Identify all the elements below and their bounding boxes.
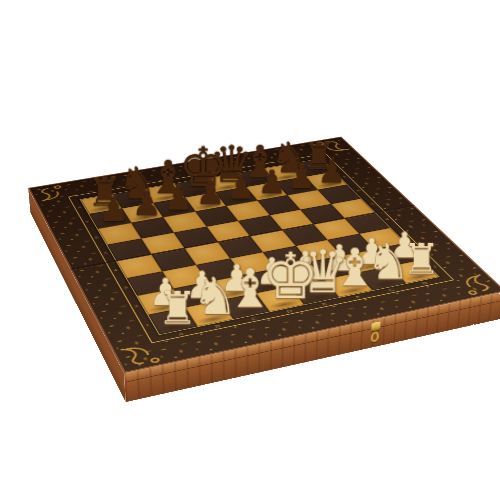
rank-label: 4 <box>384 217 390 221</box>
piece-shadow <box>386 254 419 265</box>
rank-label: 3 <box>399 233 405 237</box>
rank-label: 2 <box>415 248 422 252</box>
piece-shadow <box>231 305 267 318</box>
rank-label: 8 <box>77 206 82 209</box>
clasp-plate <box>371 321 381 331</box>
rank-label: 3 <box>123 286 129 290</box>
file-label: A <box>177 331 185 336</box>
rank-label: 1 <box>432 265 439 269</box>
chess-board-3d: ABCDEFGH 87654321 87654321 ♜♞♝♚♛♝♞♜♟♟♟♟♟… <box>28 137 500 374</box>
rank-label: 5 <box>370 203 376 206</box>
rank-label: 7 <box>85 220 90 224</box>
rank-label: 1 <box>144 323 150 328</box>
board-plate: ABCDEFGH 87654321 87654321 ♜♞♝♚♛♝♞♜♟♟♟♟♟… <box>28 137 500 374</box>
file-label: D <box>286 309 294 314</box>
corner-flourish-icon <box>33 184 72 203</box>
file-label: B <box>214 324 222 329</box>
corner-flourish-icon <box>313 139 352 155</box>
clasp-latch <box>369 321 382 346</box>
rank-label: 7 <box>342 176 348 179</box>
rank-label: 6 <box>94 236 99 240</box>
rank-label: 8 <box>329 163 334 166</box>
rank-label: 5 <box>103 252 108 256</box>
rank-label: 4 <box>113 268 119 272</box>
rank-label: 6 <box>356 189 362 192</box>
rank-label: 2 <box>133 304 139 309</box>
file-label: F <box>354 295 361 300</box>
file-label: C <box>250 316 258 321</box>
photo-background: ABCDEFGH 87654321 87654321 ♜♞♝♚♛♝♞♜♟♟♟♟♟… <box>0 0 500 500</box>
file-label: E <box>321 302 328 307</box>
file-label: G <box>387 288 395 293</box>
clasp-hook-icon <box>371 331 380 343</box>
file-label: H <box>421 281 429 286</box>
